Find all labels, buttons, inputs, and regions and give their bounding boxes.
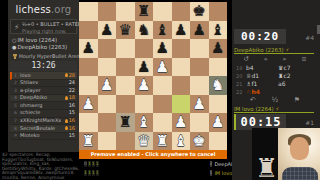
white-pawn: ♟	[174, 113, 187, 131]
standings-score: 22	[69, 87, 75, 95]
black-player-line[interactable]: ●DeepAbiko (2263)	[12, 44, 75, 51]
square-c3[interactable]	[116, 95, 135, 114]
square-a8[interactable]	[79, 2, 98, 21]
draw-offer-icon[interactable]: ½	[271, 96, 278, 104]
square-d2[interactable]: ♝	[135, 113, 154, 132]
square-d6[interactable]	[135, 39, 154, 58]
square-h1[interactable]	[209, 132, 228, 151]
square-b4[interactable]: ♟	[98, 76, 117, 95]
white-rook: ♜	[82, 132, 95, 150]
square-g4[interactable]	[190, 76, 209, 95]
square-f3[interactable]	[172, 95, 191, 114]
standings-score: 16	[69, 125, 75, 133]
replay-controls: ↺«»≡	[236, 56, 314, 63]
black-knight: ♞	[137, 21, 150, 39]
black-pawn: ♟	[156, 39, 169, 57]
square-a1[interactable]: ♜	[79, 132, 98, 151]
webcam-face-area	[278, 128, 320, 180]
move-row: 22♘h4	[236, 88, 314, 96]
square-c4[interactable]	[116, 76, 135, 95]
white-pawn: ♟	[193, 95, 206, 113]
tournament-standings: 1lovo282Shliaev243a-player224DeepAbiko18…	[10, 72, 77, 140]
standings-player-name: ohmaerg	[20, 102, 69, 110]
black-pawn: ♟	[100, 21, 113, 39]
player-streaks: 01112DeepAbiko11111IM lovo	[84, 160, 230, 178]
premove-banner[interactable]: Premove enabled - Click anywhere to canc…	[79, 150, 227, 159]
square-e2[interactable]	[153, 113, 172, 132]
black-move[interactable]	[278, 88, 310, 96]
black-pawn: ♟	[174, 21, 187, 39]
white-pawn: ♟	[82, 95, 95, 113]
time-control-label: ½+0 • BULLET • RATED	[22, 21, 74, 28]
takeback-icon[interactable]: ↶	[250, 96, 256, 104]
square-b1[interactable]	[98, 132, 117, 151]
square-b2[interactable]	[98, 113, 117, 132]
square-b3[interactable]	[98, 95, 117, 114]
square-h3[interactable]	[209, 95, 228, 114]
square-e5[interactable]: ♟	[153, 58, 172, 77]
square-g8[interactable]: ♚	[190, 2, 209, 21]
recent-result: 1	[84, 170, 87, 176]
square-e7[interactable]: ♝	[153, 21, 172, 40]
square-h7[interactable]: ♝	[209, 21, 228, 40]
bolt-icon: ⚡	[14, 23, 20, 32]
streak-player-name[interactable]: IM lovo	[214, 170, 232, 176]
white-move[interactable]: b4	[246, 64, 278, 72]
move-row: 21♗f1a6	[236, 80, 314, 88]
black-bishop: ♝	[156, 21, 169, 39]
standings-score: 28	[69, 72, 75, 80]
game-actions: ↶½⚑	[242, 96, 308, 104]
square-c6[interactable]	[116, 39, 135, 58]
game-info-box: ⚡ ½+0 • BULLET • RATED Playing right now…	[10, 19, 77, 34]
standings-player-name: SecretBeutale	[20, 125, 65, 133]
fire-streak-icon	[65, 119, 68, 123]
streak-row: 01112DeepAbiko	[84, 160, 230, 168]
square-c5[interactable]	[116, 58, 135, 77]
square-d4[interactable]: ♟	[135, 76, 154, 95]
black-rank-tag: #4	[305, 34, 314, 41]
square-a3[interactable]: ♟	[79, 95, 98, 114]
recent-result: 1	[92, 161, 95, 167]
square-h2[interactable]: ♟	[209, 113, 228, 132]
standings-score: 18	[69, 94, 75, 102]
recent-result: 1	[88, 161, 91, 167]
black-rook: ♜	[137, 2, 150, 20]
square-h6[interactable]: ♟	[209, 39, 228, 58]
streamer-shirt	[282, 167, 318, 180]
square-c2[interactable]: ♜	[116, 113, 135, 132]
square-c1[interactable]	[116, 132, 135, 151]
streak-row: 11111IM lovo	[84, 169, 230, 177]
square-h4[interactable]: ♞	[209, 76, 228, 95]
black-pawn: ♟	[137, 58, 150, 76]
recent-result: 1	[96, 170, 99, 176]
white-pawn: ♟	[211, 113, 224, 131]
standings-player-name: xXKnightMareXx	[20, 117, 65, 125]
standings-player-name: a-player	[20, 87, 69, 95]
square-g7[interactable]: ♟	[190, 21, 209, 40]
black-player-link[interactable]: DeepAbiko (2263) ⚡	[234, 46, 314, 54]
square-e6[interactable]: ♟	[153, 39, 172, 58]
white-knight: ♞	[211, 76, 224, 94]
black-clock: 00:20	[234, 29, 286, 44]
white-bishop: ♝	[174, 132, 187, 150]
move-list: 19b4♛c720♕d1♜c221♗f1a622♘h4	[236, 64, 314, 96]
standings-player-name: lovo	[20, 72, 65, 80]
square-a5[interactable]	[79, 58, 98, 77]
tournament-timer: 13:26	[10, 61, 77, 71]
black-rook: ♜	[119, 113, 132, 131]
square-h5[interactable]	[209, 58, 228, 77]
move-row: 19b4♛c7	[236, 64, 314, 72]
square-g2[interactable]	[190, 113, 209, 132]
black-bishop: ♝	[211, 21, 224, 39]
streamer-face	[290, 137, 309, 160]
trophy-rook-silhouette: ♜	[255, 153, 278, 180]
black-pawn: ♟	[193, 21, 206, 39]
webcam-shelf: ♜	[252, 128, 278, 180]
standings-player-name: Shliaev	[20, 79, 69, 87]
resign-flag-icon[interactable]: ⚑	[294, 96, 300, 104]
square-f7[interactable]: ♟	[172, 21, 191, 40]
square-d3[interactable]	[135, 95, 154, 114]
next-move-icon[interactable]: »	[282, 56, 286, 63]
square-f2[interactable]: ♟	[172, 113, 191, 132]
square-f1[interactable]: ♝	[172, 132, 191, 151]
square-f5[interactable]	[172, 58, 191, 77]
square-e4[interactable]	[153, 76, 172, 95]
square-g5[interactable]	[190, 58, 209, 77]
white-pawn: ♟	[137, 76, 150, 94]
first-move-icon[interactable]: ↺	[243, 56, 248, 63]
standings-score: 24	[69, 79, 75, 87]
square-a2[interactable]	[79, 113, 98, 132]
white-pawn: ♟	[100, 76, 113, 94]
streak-rank-chip: 2	[210, 161, 213, 167]
square-c8[interactable]	[116, 2, 135, 21]
square-a4[interactable]	[79, 76, 98, 95]
white-bishop: ♝	[137, 113, 150, 131]
square-b5[interactable]	[98, 58, 117, 77]
fire-streak-icon	[65, 73, 68, 77]
black-color-icon: ●	[12, 44, 16, 50]
white-pawn: ♟	[156, 58, 169, 76]
square-b6[interactable]	[98, 39, 117, 58]
lichess-logo[interactable]: lichess.org	[8, 4, 79, 15]
chess-board[interactable]: ♜♚♟♛♞♝♟♟♝♟♟♟♟♟♟♟♞♟♟♜♝♟♟♜♛♜♝♚	[79, 2, 227, 150]
white-rank-tag: #1	[305, 119, 314, 126]
standings-player-name: DeepAbiko	[20, 94, 65, 102]
square-f4[interactable]	[172, 76, 191, 95]
square-c7[interactable]: ♛	[116, 21, 135, 40]
square-f8[interactable]	[172, 2, 191, 21]
square-e8[interactable]	[153, 2, 172, 21]
square-g1[interactable]: ♚	[190, 132, 209, 151]
standings-score: 15	[69, 109, 75, 117]
square-h8[interactable]	[209, 2, 228, 21]
sidebar: lichess.org ⚡ ½+0 • BULLET • RATED Playi…	[8, 0, 79, 152]
white-queen: ♛	[137, 132, 150, 150]
trophy-icon	[13, 54, 17, 57]
players-box: ○IM lovo (2264) ●DeepAbiko (2263)	[10, 36, 77, 50]
move-row: 20♕d1♜c2	[236, 72, 314, 80]
square-d1[interactable]: ♛	[135, 132, 154, 151]
black-pawn: ♟	[82, 39, 95, 57]
black-queen: ♛	[119, 21, 132, 39]
square-b7[interactable]: ♟	[98, 21, 117, 40]
black-move[interactable]: a6	[278, 80, 310, 88]
square-a7[interactable]	[79, 21, 98, 40]
black-pawn: ♟	[211, 39, 224, 57]
black-move[interactable]: ♛c7	[278, 64, 310, 72]
white-move[interactable]: ♗f1	[246, 80, 278, 88]
square-d7[interactable]: ♞	[135, 21, 154, 40]
move-number: 19	[236, 64, 246, 72]
berserk-icon: ⚡	[275, 106, 279, 112]
recent-result: 1	[96, 161, 99, 167]
standings-player-name: schiecle	[20, 109, 69, 117]
standings-score: 16	[69, 117, 75, 125]
square-d8[interactable]: ♜	[135, 2, 154, 21]
white-color-icon: ○	[12, 37, 16, 43]
recent-result: 0	[84, 161, 87, 167]
prev-move-icon[interactable]: «	[264, 56, 268, 63]
stream-frame: lichess.org ⚡ ½+0 • BULLET • RATED Playi…	[0, 0, 320, 180]
fire-streak-icon	[65, 96, 68, 100]
recent-result: 1	[92, 170, 95, 176]
square-d5[interactable]: ♟	[135, 58, 154, 77]
square-e1[interactable]: ♜	[153, 132, 172, 151]
standings-row[interactable]: 9Mioteko15	[10, 133, 77, 141]
menu-icon[interactable]: ≡	[301, 56, 306, 63]
square-a6[interactable]: ♟	[79, 39, 98, 58]
white-rook: ♜	[156, 132, 169, 150]
recent-result: 1	[88, 170, 91, 176]
square-g6[interactable]	[190, 39, 209, 58]
tournament-link[interactable]: Hourly HyperBullet Arena	[10, 52, 77, 60]
white-move[interactable]: ♕d1	[246, 72, 278, 80]
streak-rank-chip: 1	[210, 170, 213, 176]
square-f6[interactable]	[172, 39, 191, 58]
white-king: ♚	[193, 132, 206, 150]
standings-score: 15	[69, 132, 75, 140]
standings-score: 16	[69, 102, 75, 110]
black-move[interactable]: ♜c2	[278, 72, 310, 80]
logo-suffix: .org	[51, 4, 71, 15]
fire-streak-icon	[65, 126, 68, 130]
standings-player-name: Mioteko	[20, 132, 69, 140]
white-move[interactable]: ♘h4	[246, 88, 278, 96]
move-number: 20	[236, 72, 246, 80]
square-e3[interactable]	[153, 95, 172, 114]
streamer-webcam: ♜	[252, 128, 320, 180]
move-number: 22	[236, 88, 246, 96]
berserk-icon: ⚡	[285, 47, 289, 53]
game-status-label: Playing right now.	[22, 28, 74, 34]
square-g3[interactable]: ♟	[190, 95, 209, 114]
black-king: ♚	[193, 2, 206, 20]
white-player-link[interactable]: IM lovo (2264) ⚡	[234, 105, 314, 113]
move-number: 21	[236, 80, 246, 88]
square-b8[interactable]	[98, 2, 117, 21]
